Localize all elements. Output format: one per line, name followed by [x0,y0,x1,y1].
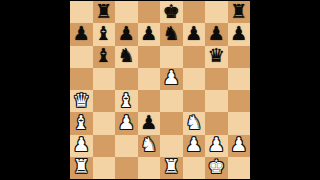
square-b2[interactable] [93,135,116,157]
square-a1[interactable]: ♜ [70,157,93,179]
square-h5[interactable] [228,68,251,90]
square-f1[interactable] [183,157,206,179]
square-h6[interactable] [228,46,251,68]
square-d6[interactable] [138,46,161,68]
square-c7[interactable]: ♟ [115,23,138,45]
piece-black-rook[interactable]: ♜ [230,2,247,21]
square-f3[interactable]: ♞ [183,112,206,134]
square-g3[interactable] [205,112,228,134]
square-b6[interactable]: ♝ [93,46,116,68]
square-c3[interactable]: ♟ [115,112,138,134]
square-c4[interactable]: ♝ [115,90,138,112]
square-d8[interactable] [138,1,161,23]
piece-black-knight[interactable]: ♞ [118,46,135,65]
square-d5[interactable] [138,68,161,90]
square-e6[interactable] [160,46,183,68]
square-e2[interactable] [160,135,183,157]
square-e4[interactable] [160,90,183,112]
square-g6[interactable]: ♛ [205,46,228,68]
square-d7[interactable]: ♟ [138,23,161,45]
piece-black-pawn[interactable]: ♟ [208,24,225,43]
piece-black-king[interactable]: ♚ [163,2,180,21]
piece-black-pawn[interactable]: ♟ [185,24,202,43]
square-g2[interactable]: ♟ [205,135,228,157]
piece-black-pawn[interactable]: ♟ [73,24,90,43]
piece-white-bishop[interactable]: ♝ [73,113,90,132]
piece-white-pawn[interactable]: ♟ [208,135,225,154]
square-c8[interactable] [115,1,138,23]
square-d4[interactable] [138,90,161,112]
square-a4[interactable]: ♛ [70,90,93,112]
square-b4[interactable] [93,90,116,112]
piece-black-pawn[interactable]: ♟ [140,113,157,132]
square-a5[interactable] [70,68,93,90]
piece-black-bishop[interactable]: ♝ [95,46,112,65]
piece-white-rook[interactable]: ♜ [163,157,180,176]
square-b7[interactable]: ♝ [93,23,116,45]
square-b8[interactable]: ♜ [93,1,116,23]
square-e3[interactable] [160,112,183,134]
piece-black-pawn[interactable]: ♟ [140,24,157,43]
piece-white-pawn[interactable]: ♟ [185,135,202,154]
square-f2[interactable]: ♟ [183,135,206,157]
square-d3[interactable]: ♟ [138,112,161,134]
square-a6[interactable] [70,46,93,68]
square-h2[interactable]: ♟ [228,135,251,157]
square-h4[interactable] [228,90,251,112]
piece-white-pawn[interactable]: ♟ [118,113,135,132]
square-e8[interactable]: ♚ [160,1,183,23]
square-a2[interactable]: ♟ [70,135,93,157]
square-g1[interactable]: ♚ [205,157,228,179]
square-g4[interactable] [205,90,228,112]
piece-black-rook[interactable]: ♜ [95,2,112,21]
piece-black-queen[interactable]: ♛ [208,46,225,65]
square-b3[interactable] [93,112,116,134]
square-f8[interactable] [183,1,206,23]
piece-white-pawn[interactable]: ♟ [163,68,180,87]
square-f7[interactable]: ♟ [183,23,206,45]
square-h7[interactable]: ♟ [228,23,251,45]
square-g8[interactable] [205,1,228,23]
square-h8[interactable]: ♜ [228,1,251,23]
square-c2[interactable] [115,135,138,157]
square-f5[interactable] [183,68,206,90]
square-c5[interactable] [115,68,138,90]
square-f6[interactable] [183,46,206,68]
square-c1[interactable] [115,157,138,179]
square-d1[interactable] [138,157,161,179]
square-b5[interactable] [93,68,116,90]
square-d2[interactable]: ♞ [138,135,161,157]
square-e5[interactable]: ♟ [160,68,183,90]
piece-white-queen[interactable]: ♛ [73,91,90,110]
piece-white-rook[interactable]: ♜ [73,157,90,176]
piece-white-pawn[interactable]: ♟ [230,135,247,154]
piece-white-knight[interactable]: ♞ [140,135,157,154]
square-h3[interactable] [228,112,251,134]
square-h1[interactable] [228,157,251,179]
piece-black-knight[interactable]: ♞ [163,24,180,43]
square-c6[interactable]: ♞ [115,46,138,68]
square-g7[interactable]: ♟ [205,23,228,45]
piece-black-bishop[interactable]: ♝ [95,24,112,43]
piece-white-king[interactable]: ♚ [208,157,225,176]
square-g5[interactable] [205,68,228,90]
chess-board: ♜♚♜♟♝♟♟♞♟♟♟♝♞♛♟♛♝♝♟♟♞♟♞♟♟♟♜♜♚ [70,1,250,179]
square-e7[interactable]: ♞ [160,23,183,45]
piece-white-pawn[interactable]: ♟ [73,135,90,154]
piece-white-knight[interactable]: ♞ [185,113,202,132]
piece-black-pawn[interactable]: ♟ [118,24,135,43]
canvas-background: ♜♚♜♟♝♟♟♞♟♟♟♝♞♛♟♛♝♝♟♟♞♟♞♟♟♟♜♜♚ [0,0,320,180]
square-a8[interactable] [70,1,93,23]
piece-black-pawn[interactable]: ♟ [230,24,247,43]
square-a3[interactable]: ♝ [70,112,93,134]
square-e1[interactable]: ♜ [160,157,183,179]
square-f4[interactable] [183,90,206,112]
square-b1[interactable] [93,157,116,179]
piece-white-bishop[interactable]: ♝ [118,91,135,110]
square-a7[interactable]: ♟ [70,23,93,45]
